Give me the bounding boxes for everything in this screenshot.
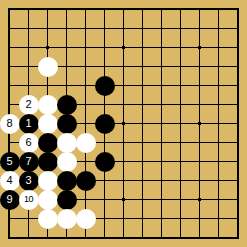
- move-number: 1: [25, 118, 31, 129]
- move-number: 9: [6, 194, 12, 205]
- star-point: [198, 122, 201, 125]
- stone-black: [57, 95, 77, 115]
- stone-white-move-2: 2: [19, 95, 39, 115]
- stone-black: [95, 152, 115, 172]
- stone-white: [38, 57, 58, 77]
- move-number: 10: [24, 195, 33, 204]
- move-number: 4: [6, 175, 12, 186]
- stone-white: [38, 190, 58, 210]
- stone-white-move-4: 4: [0, 171, 20, 191]
- stone-black: [76, 171, 96, 191]
- stone-black: [95, 114, 115, 134]
- stone-white: [57, 133, 77, 153]
- move-number: 6: [25, 137, 31, 148]
- star-point: [198, 198, 201, 201]
- stone-black-move-1: 1: [19, 114, 39, 134]
- stone-black: [57, 171, 77, 191]
- stone-black: [57, 190, 77, 210]
- move-number: 2: [25, 99, 31, 110]
- stone-black-move-5: 5: [0, 152, 20, 172]
- stone-white-move-10: 10: [19, 190, 39, 210]
- stone-white: [38, 209, 58, 229]
- stone-white: [38, 114, 58, 134]
- move-number: 3: [25, 175, 31, 186]
- stone-white-move-8: 8: [0, 114, 20, 134]
- go-diagram: 28165743910: [0, 0, 247, 247]
- stone-black: [95, 76, 115, 96]
- move-number: 8: [6, 118, 12, 129]
- stone-white: [57, 152, 77, 172]
- stone-white: [38, 171, 58, 191]
- star-point: [122, 198, 125, 201]
- stone-black: [38, 133, 58, 153]
- stone-white-move-6: 6: [19, 133, 39, 153]
- star-point: [46, 46, 49, 49]
- stone-white: [76, 133, 96, 153]
- stone-black-move-7: 7: [19, 152, 39, 172]
- move-number: 7: [25, 156, 31, 167]
- stone-white: [57, 209, 77, 229]
- stone-black-move-9: 9: [0, 190, 20, 210]
- stone-black: [57, 114, 77, 134]
- stone-black-move-3: 3: [19, 171, 39, 191]
- star-point: [198, 46, 201, 49]
- stone-black: [38, 152, 58, 172]
- go-board: 28165743910: [0, 0, 247, 247]
- move-number: 5: [6, 156, 12, 167]
- star-point: [122, 122, 125, 125]
- stone-white: [76, 209, 96, 229]
- stone-white: [38, 95, 58, 115]
- star-point: [122, 46, 125, 49]
